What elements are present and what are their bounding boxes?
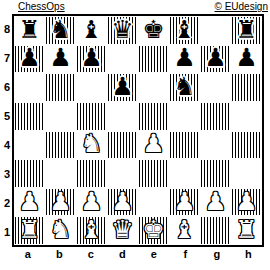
square-e4[interactable]: ♟ xyxy=(138,131,169,160)
piece-white-rook: ♜ xyxy=(18,217,40,242)
square-a4[interactable] xyxy=(14,131,45,160)
square-d8[interactable]: ♛ xyxy=(107,16,138,45)
square-f4[interactable] xyxy=(169,131,200,160)
piece-black-pawn: ♟ xyxy=(235,45,257,70)
header-bar: ChessOps © EUdesign xyxy=(0,0,270,14)
square-a2[interactable]: ♟ xyxy=(14,188,45,217)
square-h5[interactable] xyxy=(231,102,262,131)
rank-label-5: 5 xyxy=(0,101,12,130)
rank-label-4: 4 xyxy=(0,131,12,160)
piece-white-king: ♚ xyxy=(142,217,164,242)
square-e2[interactable] xyxy=(138,188,169,217)
chessops-link[interactable]: ChessOps xyxy=(18,1,65,13)
piece-black-bishop: ♝ xyxy=(80,17,102,42)
piece-black-rook: ♜ xyxy=(18,17,40,42)
square-h6[interactable] xyxy=(231,73,262,102)
piece-white-bishop: ♝ xyxy=(173,217,195,242)
square-a7[interactable]: ♟ xyxy=(14,45,45,74)
square-c7[interactable]: ♟ xyxy=(76,45,107,74)
piece-black-knight: ♞ xyxy=(173,74,195,99)
square-e3[interactable] xyxy=(138,159,169,188)
square-h7[interactable]: ♟ xyxy=(231,45,262,74)
square-b5[interactable] xyxy=(45,102,76,131)
square-h1[interactable]: ♜ xyxy=(231,216,262,245)
square-f2[interactable]: ♟ xyxy=(169,188,200,217)
eudesign-credit-link[interactable]: © EUdesign xyxy=(214,1,268,13)
rank-label-7: 7 xyxy=(0,43,12,72)
piece-black-queen: ♛ xyxy=(111,17,133,42)
piece-black-knight: ♞ xyxy=(49,17,71,42)
square-e1[interactable]: ♚ xyxy=(138,216,169,245)
square-d1[interactable]: ♛ xyxy=(107,216,138,245)
file-label-b: b xyxy=(44,247,76,262)
square-c6[interactable] xyxy=(76,73,107,102)
file-labels: abcdefgh xyxy=(12,247,264,261)
square-g7[interactable]: ♟ xyxy=(200,45,231,74)
square-g6[interactable] xyxy=(200,73,231,102)
piece-black-pawn: ♟ xyxy=(49,45,71,70)
piece-black-pawn: ♟ xyxy=(173,45,195,70)
piece-white-pawn: ♟ xyxy=(142,131,164,156)
piece-black-pawn: ♟ xyxy=(18,45,40,70)
file-label-h: h xyxy=(233,247,265,262)
file-label-d: d xyxy=(107,247,139,262)
rank-label-2: 2 xyxy=(0,189,12,218)
square-a1[interactable]: ♜ xyxy=(14,216,45,245)
square-b4[interactable] xyxy=(45,131,76,160)
square-a8[interactable]: ♜ xyxy=(14,16,45,45)
piece-white-pawn: ♟ xyxy=(80,189,102,214)
square-b7[interactable]: ♟ xyxy=(45,45,76,74)
rank-label-3: 3 xyxy=(0,160,12,189)
square-e6[interactable] xyxy=(138,73,169,102)
piece-white-pawn: ♟ xyxy=(204,189,226,214)
square-f3[interactable] xyxy=(169,159,200,188)
square-b1[interactable]: ♞ xyxy=(45,216,76,245)
rank-label-8: 8 xyxy=(0,14,12,43)
square-f1[interactable]: ♝ xyxy=(169,216,200,245)
square-g4[interactable] xyxy=(200,131,231,160)
piece-white-knight: ♞ xyxy=(49,217,71,242)
square-f8[interactable]: ♝ xyxy=(169,16,200,45)
square-e8[interactable]: ♚ xyxy=(138,16,169,45)
square-g1[interactable] xyxy=(200,216,231,245)
square-d2[interactable]: ♟ xyxy=(107,188,138,217)
piece-white-pawn: ♟ xyxy=(18,189,40,214)
square-c3[interactable] xyxy=(76,159,107,188)
piece-black-pawn: ♟ xyxy=(111,74,133,99)
piece-white-bishop: ♝ xyxy=(80,217,102,242)
square-e5[interactable] xyxy=(138,102,169,131)
chess-board: ♜♞♝♛♚♝♜♟♟♟♟♟♟♟♞♞♟♟♟♟♟♟♟♟♜♞♝♛♚♝♜ xyxy=(12,14,264,247)
square-g8[interactable] xyxy=(200,16,231,45)
file-label-f: f xyxy=(170,247,202,262)
square-c5[interactable] xyxy=(76,102,107,131)
piece-black-pawn: ♟ xyxy=(80,45,102,70)
square-d4[interactable] xyxy=(107,131,138,160)
square-f7[interactable]: ♟ xyxy=(169,45,200,74)
board-area: 87654321 ♜♞♝♛♚♝♜♟♟♟♟♟♟♟♞♞♟♟♟♟♟♟♟♟♜♞♝♛♚♝♜ xyxy=(0,14,270,247)
square-d5[interactable] xyxy=(107,102,138,131)
piece-white-queen: ♛ xyxy=(111,217,133,242)
square-g3[interactable] xyxy=(200,159,231,188)
square-c2[interactable]: ♟ xyxy=(76,188,107,217)
piece-white-knight: ♞ xyxy=(80,131,102,156)
piece-black-bishop: ♝ xyxy=(173,17,195,42)
square-f5[interactable] xyxy=(169,102,200,131)
square-g2[interactable]: ♟ xyxy=(200,188,231,217)
square-h4[interactable] xyxy=(231,131,262,160)
piece-white-pawn: ♟ xyxy=(235,189,257,214)
piece-white-pawn: ♟ xyxy=(49,189,71,214)
square-a6[interactable] xyxy=(14,73,45,102)
file-label-c: c xyxy=(75,247,107,262)
file-label-a: a xyxy=(12,247,44,262)
piece-black-rook: ♜ xyxy=(235,17,257,42)
square-c4[interactable]: ♞ xyxy=(76,131,107,160)
square-c1[interactable]: ♝ xyxy=(76,216,107,245)
square-h8[interactable]: ♜ xyxy=(231,16,262,45)
square-d3[interactable] xyxy=(107,159,138,188)
square-d7[interactable] xyxy=(107,45,138,74)
square-b2[interactable]: ♟ xyxy=(45,188,76,217)
square-g5[interactable] xyxy=(200,102,231,131)
piece-white-pawn: ♟ xyxy=(173,189,195,214)
rank-label-6: 6 xyxy=(0,72,12,101)
chessops-page: ChessOps © EUdesign 87654321 ♜♞♝♛♚♝♜♟♟♟♟… xyxy=(0,0,270,270)
square-a5[interactable] xyxy=(14,102,45,131)
piece-white-pawn: ♟ xyxy=(111,189,133,214)
piece-black-pawn: ♟ xyxy=(204,45,226,70)
square-b8[interactable]: ♞ xyxy=(45,16,76,45)
square-h3[interactable] xyxy=(231,159,262,188)
square-f6[interactable]: ♞ xyxy=(169,73,200,102)
square-a3[interactable] xyxy=(14,159,45,188)
file-label-e: e xyxy=(138,247,170,262)
square-e7[interactable] xyxy=(138,45,169,74)
file-label-g: g xyxy=(201,247,233,262)
square-h2[interactable]: ♟ xyxy=(231,188,262,217)
piece-black-king: ♚ xyxy=(142,17,164,42)
square-d6[interactable]: ♟ xyxy=(107,73,138,102)
piece-white-rook: ♜ xyxy=(235,217,257,242)
rank-label-1: 1 xyxy=(0,218,12,247)
rank-labels: 87654321 xyxy=(0,14,12,247)
square-c8[interactable]: ♝ xyxy=(76,16,107,45)
square-b6[interactable] xyxy=(45,73,76,102)
square-b3[interactable] xyxy=(45,159,76,188)
